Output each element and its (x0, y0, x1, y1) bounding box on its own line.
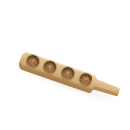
handle-tip (116, 87, 120, 93)
pit-2 (42, 59, 59, 76)
product-photo-scene (0, 0, 130, 130)
pit-3 (59, 65, 76, 82)
mancala-board (19, 50, 122, 98)
pit-1 (24, 53, 41, 70)
